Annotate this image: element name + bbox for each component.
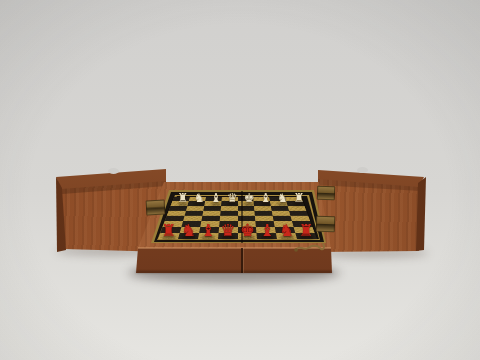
travel-chess-set-photo: ♜♞♝♛♚♝♞♜♜♞♝♛♚♝♞♜ — [0, 0, 480, 360]
chess-piece-white-king: ♚ — [244, 193, 255, 205]
chess-piece-white-knight: ♞ — [277, 193, 288, 205]
chess-piece-red-rook: ♜ — [299, 223, 314, 240]
chess-piece-red-bishop: ♝ — [260, 223, 275, 240]
chess-piece-red-bishop: ♝ — [201, 223, 216, 240]
chess-piece-white-knight: ♞ — [194, 193, 205, 205]
chess-piece-red-knight: ♞ — [279, 223, 294, 240]
chess-piece-white-rook: ♜ — [294, 193, 305, 205]
pieces-layer: ♜♞♝♛♚♝♞♜♜♞♝♛♚♝♞♜ — [0, 0, 480, 360]
chess-piece-red-queen: ♛ — [220, 223, 235, 240]
chess-piece-white-bishop: ♝ — [260, 193, 271, 205]
chess-piece-red-knight: ♞ — [181, 223, 196, 240]
chess-piece-red-rook: ♜ — [162, 223, 177, 240]
chess-piece-red-king: ♚ — [240, 223, 255, 240]
chess-piece-white-rook: ♜ — [177, 193, 188, 205]
chess-piece-white-bishop: ♝ — [210, 193, 221, 205]
chess-piece-white-queen: ♛ — [227, 193, 238, 205]
